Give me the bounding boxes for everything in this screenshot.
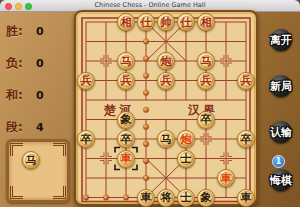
piece-glyph: 象 (201, 192, 212, 203)
piece-black-advisor[interactable]: 士 (177, 189, 195, 207)
piece-glyph: 兵 (121, 75, 132, 86)
piece-red-pawn[interactable]: 兵 (157, 72, 175, 90)
piece-glyph: 兵 (81, 75, 92, 86)
piece-red-general[interactable]: 帅 (157, 13, 175, 31)
undo-count-badge: 1 (272, 155, 285, 168)
piece-glyph: 卒 (81, 134, 92, 145)
piece-captured-black-horse: 马 (22, 151, 40, 169)
piece-glyph: 象 (121, 114, 132, 125)
piece-black-chariot[interactable]: 車 (137, 189, 155, 207)
stat-losses-value: 0 (36, 57, 44, 70)
tray-corner-ornament (53, 186, 66, 199)
piece-black-pawn[interactable]: 卒 (117, 130, 135, 148)
xiangqi-board[interactable]: 楚河汉界相仕帅仕相马炮马兵兵兵兵兵炮車車象卒卒卒马卒士車将士象車 (74, 10, 258, 206)
close-window-button[interactable] (5, 3, 12, 10)
board-field[interactable]: 楚河汉界相仕帅仕相马炮马兵兵兵兵兵炮車車象卒卒卒马卒士車将士象車 (78, 14, 254, 202)
tray-corner-ornament (53, 143, 66, 156)
new-game-button[interactable]: 新局 (264, 73, 298, 99)
piece-black-elephant[interactable]: 象 (117, 111, 135, 129)
stat-wins: 胜: 0 (6, 23, 72, 39)
piece-glyph: 卒 (241, 134, 252, 145)
piece-red-elephant[interactable]: 相 (197, 13, 215, 31)
stat-losses: 负: 0 (6, 55, 72, 71)
piece-glyph: 马 (161, 134, 172, 145)
piece-glyph: 車 (141, 192, 152, 203)
piece-glyph: 卒 (201, 114, 212, 125)
piece-black-pawn[interactable]: 卒 (237, 130, 255, 148)
stat-draws-label: 和: (6, 87, 36, 104)
piece-glyph: 士 (181, 192, 192, 203)
piece-red-horse[interactable]: 马 (117, 52, 135, 70)
piece-red-elephant[interactable]: 相 (117, 13, 135, 31)
piece-black-horse[interactable]: 马 (157, 130, 175, 148)
stat-rank: 段: 4 (6, 119, 72, 135)
piece-red-pawn[interactable]: 兵 (117, 72, 135, 90)
piece-glyph: 炮 (161, 56, 172, 67)
piece-glyph: 马 (121, 56, 132, 67)
app-window: Chinese Chess - Online Game Hall 胜: 0 负:… (0, 0, 300, 207)
piece-glyph: 将 (161, 192, 172, 203)
piece-red-chariot[interactable]: 車 (217, 169, 235, 187)
resign-button[interactable]: 认输 (264, 119, 298, 145)
piece-black-pawn[interactable]: 卒 (197, 111, 215, 129)
piece-red-advisor[interactable]: 仕 (137, 13, 155, 31)
captured-pieces-tray: 马 (6, 139, 70, 203)
leave-button[interactable]: 离开 (264, 27, 298, 53)
piece-red-chariot[interactable]: 車 (117, 150, 135, 168)
resign-button-label: 认输 (270, 125, 292, 140)
zoom-window-button[interactable] (25, 3, 32, 10)
piece-glyph: 相 (201, 17, 212, 28)
window-controls (5, 3, 32, 10)
undo-button[interactable]: 悔棋 (264, 167, 298, 193)
piece-glyph: 兵 (161, 75, 172, 86)
piece-glyph: 炮 (181, 134, 192, 145)
piece-red-pawn[interactable]: 兵 (237, 72, 255, 90)
piece-glyph: 車 (221, 173, 232, 184)
piece-glyph: 兵 (201, 75, 212, 86)
stat-wins-label: 胜: (6, 23, 36, 40)
piece-black-advisor[interactable]: 士 (177, 150, 195, 168)
piece-black-general[interactable]: 将 (157, 189, 175, 207)
piece-glyph: 車 (241, 192, 252, 203)
piece-glyph: 相 (121, 17, 132, 28)
stat-draws-value: 0 (36, 89, 44, 102)
piece-red-horse[interactable]: 马 (197, 52, 215, 70)
piece-black-chariot[interactable]: 車 (237, 189, 255, 207)
piece-glyph: 仕 (181, 17, 192, 28)
stat-draws: 和: 0 (6, 87, 72, 103)
leave-button-label: 离开 (270, 33, 292, 48)
piece-glyph: 马 (201, 56, 212, 67)
tray-corner-ornament (10, 143, 23, 156)
stat-losses-label: 负: (6, 55, 36, 72)
tray-corner-ornament (10, 186, 23, 199)
stat-rank-value: 4 (36, 121, 44, 134)
piece-glyph: 帅 (161, 17, 172, 28)
stat-rank-label: 段: (6, 119, 36, 136)
piece-glyph: 兵 (241, 75, 252, 86)
piece-red-cannon[interactable]: 炮 (177, 130, 195, 148)
stats-panel: 胜: 0 负: 0 和: 0 段: 4 (6, 23, 72, 151)
minimize-window-button[interactable] (15, 3, 22, 10)
piece-red-cannon[interactable]: 炮 (157, 52, 175, 70)
stat-wins-value: 0 (36, 25, 44, 38)
piece-black-pawn[interactable]: 卒 (77, 130, 95, 148)
piece-black-elephant[interactable]: 象 (197, 189, 215, 207)
undo-button-label: 悔棋 (270, 173, 292, 188)
new-game-button-label: 新局 (270, 79, 292, 94)
piece-red-advisor[interactable]: 仕 (177, 13, 195, 31)
piece-glyph: 士 (181, 153, 192, 164)
piece-glyph: 卒 (121, 134, 132, 145)
piece-glyph: 马 (26, 155, 37, 166)
piece-red-pawn[interactable]: 兵 (197, 72, 215, 90)
piece-glyph: 車 (121, 153, 132, 164)
piece-glyph: 仕 (141, 17, 152, 28)
piece-red-pawn[interactable]: 兵 (77, 72, 95, 90)
